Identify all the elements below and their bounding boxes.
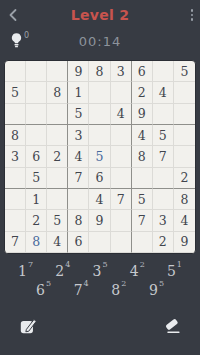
cell-r5c3[interactable]: 2 [47,146,68,167]
numpad: 1724354251 65748295 [0,261,200,299]
numpad-key-4[interactable]: 42 [130,264,145,278]
cell-r2c2[interactable] [26,82,47,103]
cell-r3c8[interactable] [153,104,174,125]
numpad-key-2[interactable]: 24 [55,264,70,278]
cell-r1c7[interactable]: 6 [132,61,153,82]
cell-r8c7[interactable]: 7 [132,210,153,231]
cell-r6c5[interactable]: 6 [89,168,110,189]
cell-r2c6[interactable] [111,82,132,103]
cell-r9c5[interactable] [89,232,110,253]
cell-r3c9[interactable] [174,104,195,125]
cell-r3c1[interactable] [5,104,26,125]
cell-r2c4[interactable]: 1 [68,82,89,103]
cell-r9c4[interactable]: 6 [68,232,89,253]
cell-r3c7[interactable]: 9 [132,104,153,125]
cell-r2c7[interactable]: 2 [132,82,153,103]
cell-r1c1[interactable] [5,61,26,82]
cell-r7c6[interactable]: 7 [111,189,132,210]
cell-r4c6[interactable] [111,125,132,146]
erase-button[interactable] [161,315,183,337]
cell-r8c4[interactable]: 8 [68,210,89,231]
cell-r1c2[interactable] [26,61,47,82]
back-button[interactable] [7,4,29,26]
cell-r3c5[interactable] [89,104,110,125]
cell-r9c8[interactable]: 2 [153,232,174,253]
cell-r5c8[interactable]: 7 [153,146,174,167]
cell-r1c4[interactable]: 9 [68,61,89,82]
numpad-key-6[interactable]: 65 [36,283,51,297]
cell-r9c3[interactable]: 4 [47,232,68,253]
cell-r8c2[interactable]: 2 [26,210,47,231]
numpad-key-9[interactable]: 95 [149,283,164,297]
cell-r1c3[interactable] [47,61,68,82]
numpad-key-1[interactable]: 17 [18,264,33,278]
cell-r4c7[interactable]: 4 [132,125,153,146]
cell-r6c6[interactable] [111,168,132,189]
hint-count: 0 [24,31,29,40]
lightbulb-icon [10,32,23,49]
cell-r5c7[interactable]: 8 [132,146,153,167]
cell-r8c6[interactable] [111,210,132,231]
sudoku-grid: 9836558124549834536245875762147582589734… [4,60,196,254]
numpad-key-8[interactable]: 82 [111,283,126,297]
cell-r7c5[interactable]: 4 [89,189,110,210]
sudoku-app-screen: Level 2 0 00:14 983655812454983453624587… [0,0,200,355]
numpad-key-5[interactable]: 51 [167,264,182,278]
cell-r3c4[interactable]: 5 [68,104,89,125]
numpad-key-3[interactable]: 35 [92,264,107,278]
cell-r9c7[interactable] [132,232,153,253]
notes-pencil-icon [19,317,37,335]
cell-r8c8[interactable]: 3 [153,210,174,231]
cell-r1c9[interactable]: 5 [174,61,195,82]
cell-r4c2[interactable] [26,125,47,146]
cell-r5c5[interactable]: 5 [89,146,110,167]
cell-r8c1[interactable] [5,210,26,231]
cell-r4c3[interactable] [47,125,68,146]
menu-button[interactable] [171,4,193,26]
cell-r5c2[interactable]: 6 [26,146,47,167]
cell-r9c9[interactable]: 9 [174,232,195,253]
cell-r5c6[interactable] [111,146,132,167]
chevron-left-icon [7,8,19,22]
cell-r7c3[interactable] [47,189,68,210]
timer: 00:14 [0,30,200,54]
cell-r6c3[interactable] [47,168,68,189]
numpad-key-7[interactable]: 74 [74,283,89,297]
cell-r2c1[interactable]: 5 [5,82,26,103]
cell-r6c4[interactable]: 7 [68,168,89,189]
cell-r6c7[interactable] [132,168,153,189]
cell-r2c9[interactable] [174,82,195,103]
cell-r7c1[interactable] [5,189,26,210]
cell-r9c1[interactable]: 7 [5,232,26,253]
cell-r1c6[interactable]: 3 [111,61,132,82]
cell-r6c9[interactable]: 2 [174,168,195,189]
cell-r4c1[interactable]: 8 [5,125,26,146]
kebab-menu-icon [191,9,194,21]
cell-r8c3[interactable]: 5 [47,210,68,231]
bottom-toolbar [0,315,200,337]
cell-r7c2[interactable]: 1 [26,189,47,210]
cell-r6c1[interactable] [5,168,26,189]
cell-r1c8[interactable] [153,61,174,82]
cell-r5c4[interactable]: 4 [68,146,89,167]
hint-button[interactable]: 0 [10,32,29,49]
cell-r7c7[interactable]: 5 [132,189,153,210]
cell-r4c5[interactable] [89,125,110,146]
status-row: 0 00:14 [0,30,200,56]
page-title: Level 2 [29,7,171,23]
cell-r9c6[interactable] [111,232,132,253]
cell-r7c9[interactable]: 8 [174,189,195,210]
cell-r6c8[interactable] [153,168,174,189]
header-bar: Level 2 [0,0,200,30]
cell-r9c2[interactable]: 8 [26,232,47,253]
cell-r7c4[interactable] [68,189,89,210]
notes-button[interactable] [17,315,39,337]
cell-r3c2[interactable] [26,104,47,125]
cell-r4c9[interactable] [174,125,195,146]
cell-r2c3[interactable]: 8 [47,82,68,103]
cell-r8c9[interactable]: 4 [174,210,195,231]
cell-r5c1[interactable]: 3 [5,146,26,167]
cell-r5c9[interactable] [174,146,195,167]
cell-r3c6[interactable]: 4 [111,104,132,125]
numpad-row1: 1724354251 [0,261,200,280]
cell-r1c5[interactable]: 8 [89,61,110,82]
cell-r4c8[interactable]: 5 [153,125,174,146]
cell-r2c8[interactable]: 4 [153,82,174,103]
cell-r3c3[interactable] [47,104,68,125]
cell-r7c8[interactable] [153,189,174,210]
cell-r4c4[interactable]: 3 [68,125,89,146]
eraser-icon [163,317,182,335]
numpad-row2: 65748295 [0,280,200,299]
cell-r8c5[interactable]: 9 [89,210,110,231]
cell-r6c2[interactable]: 5 [26,168,47,189]
cell-r2c5[interactable] [89,82,110,103]
